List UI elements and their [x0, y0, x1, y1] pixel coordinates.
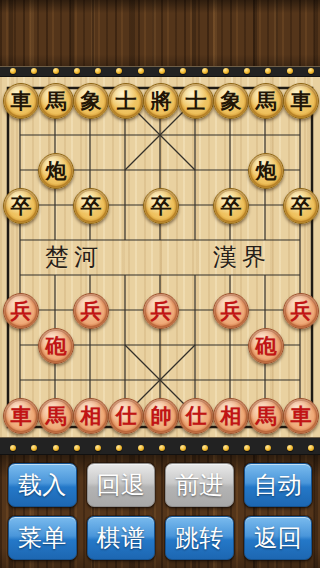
- gold-stud: [159, 445, 165, 451]
- moves-button[interactable]: 棋谱: [87, 516, 156, 560]
- top-wood-panel: [0, 0, 320, 66]
- gold-stud: [95, 68, 101, 74]
- gold-stud: [244, 68, 250, 74]
- forward-button[interactable]: 前进: [165, 463, 234, 507]
- gold-stud: [180, 68, 186, 74]
- board-bottom-rail: [0, 437, 320, 455]
- menu-button[interactable]: 菜单: [8, 516, 77, 560]
- gold-stud: [244, 445, 250, 451]
- gold-stud: [202, 445, 208, 451]
- xiangqi-board[interactable]: 楚河 漢界 車馬象士將士象馬車炮炮卒卒卒卒卒兵兵兵兵兵砲砲車馬相仕帥仕相馬車: [0, 77, 320, 437]
- gold-stud: [287, 68, 293, 74]
- gold-stud: [74, 68, 80, 74]
- gold-stud: [53, 68, 59, 74]
- gold-stud: [308, 68, 314, 74]
- piece-black-soldier[interactable]: 卒: [213, 188, 249, 224]
- gold-stud: [10, 68, 16, 74]
- piece-black-horse[interactable]: 馬: [248, 83, 284, 119]
- piece-black-cannon[interactable]: 炮: [248, 153, 284, 189]
- piece-red-advisor[interactable]: 仕: [178, 398, 214, 434]
- piece-black-elephant[interactable]: 象: [213, 83, 249, 119]
- gold-stud: [138, 445, 144, 451]
- piece-red-general[interactable]: 帥: [143, 398, 179, 434]
- gold-stud: [223, 68, 229, 74]
- piece-black-soldier[interactable]: 卒: [143, 188, 179, 224]
- back-button[interactable]: 返回: [244, 516, 313, 560]
- gold-stud: [138, 68, 144, 74]
- gold-stud: [265, 445, 271, 451]
- river-label-chu-river: 楚河: [45, 241, 103, 273]
- gold-stud: [180, 445, 186, 451]
- undo-button[interactable]: 回退: [87, 463, 156, 507]
- piece-black-horse[interactable]: 馬: [38, 83, 74, 119]
- piece-red-horse[interactable]: 馬: [248, 398, 284, 434]
- piece-red-soldier[interactable]: 兵: [283, 293, 319, 329]
- gold-stud: [265, 68, 271, 74]
- piece-black-advisor[interactable]: 士: [108, 83, 144, 119]
- gold-stud: [74, 445, 80, 451]
- gold-stud: [10, 445, 16, 451]
- piece-red-cannon[interactable]: 砲: [248, 328, 284, 364]
- gold-stud: [159, 68, 165, 74]
- piece-black-chariot[interactable]: 車: [3, 83, 39, 119]
- piece-red-horse[interactable]: 馬: [38, 398, 74, 434]
- jump-button[interactable]: 跳转: [165, 516, 234, 560]
- gold-stud: [287, 445, 293, 451]
- piece-red-cannon[interactable]: 砲: [38, 328, 74, 364]
- gold-stud: [223, 445, 229, 451]
- piece-black-soldier[interactable]: 卒: [73, 188, 109, 224]
- piece-black-elephant[interactable]: 象: [73, 83, 109, 119]
- xiangqi-app-screen: 楚河 漢界 車馬象士將士象馬車炮炮卒卒卒卒卒兵兵兵兵兵砲砲車馬相仕帥仕相馬車 载…: [0, 0, 320, 568]
- piece-red-elephant[interactable]: 相: [73, 398, 109, 434]
- piece-red-soldier[interactable]: 兵: [213, 293, 249, 329]
- gold-stud: [53, 445, 59, 451]
- river-label-han-border: 漢界: [213, 241, 271, 273]
- piece-red-chariot[interactable]: 車: [3, 398, 39, 434]
- piece-black-soldier[interactable]: 卒: [283, 188, 319, 224]
- gold-stud: [202, 68, 208, 74]
- piece-red-elephant[interactable]: 相: [213, 398, 249, 434]
- load-button[interactable]: 载入: [8, 463, 77, 507]
- piece-black-chariot[interactable]: 車: [283, 83, 319, 119]
- gold-stud: [31, 68, 37, 74]
- board-top-rail: [0, 66, 320, 77]
- gold-stud: [116, 445, 122, 451]
- gold-stud: [31, 445, 37, 451]
- piece-black-general[interactable]: 將: [143, 83, 179, 119]
- piece-red-soldier[interactable]: 兵: [3, 293, 39, 329]
- piece-red-soldier[interactable]: 兵: [143, 293, 179, 329]
- piece-black-cannon[interactable]: 炮: [38, 153, 74, 189]
- piece-red-chariot[interactable]: 車: [283, 398, 319, 434]
- piece-red-soldier[interactable]: 兵: [73, 293, 109, 329]
- gold-stud: [95, 445, 101, 451]
- auto-button[interactable]: 自动: [244, 463, 313, 507]
- control-button-bar: 载入回退前进自动菜单棋谱跳转返回: [0, 455, 320, 568]
- gold-stud: [116, 68, 122, 74]
- piece-red-advisor[interactable]: 仕: [108, 398, 144, 434]
- gold-stud: [308, 445, 314, 451]
- piece-black-soldier[interactable]: 卒: [3, 188, 39, 224]
- piece-black-advisor[interactable]: 士: [178, 83, 214, 119]
